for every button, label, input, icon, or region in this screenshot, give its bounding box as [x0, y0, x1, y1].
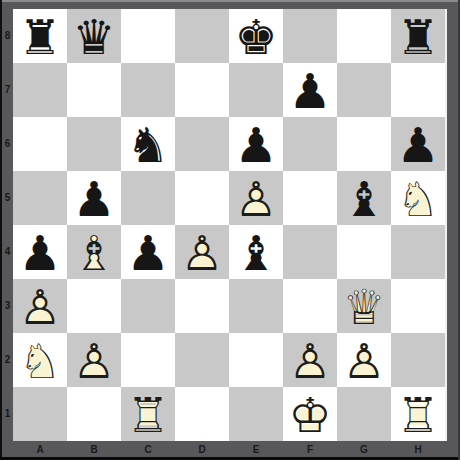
piece-black-knight-c6[interactable]: ♞	[121, 117, 175, 171]
piece-white-pawn-a3[interactable]: ♟♙	[13, 279, 67, 333]
square-g8[interactable]	[337, 9, 391, 63]
piece-white-king-f1[interactable]: ♚♔	[283, 387, 337, 441]
square-a3[interactable]: ♟♙	[13, 279, 67, 333]
square-e7[interactable]	[229, 63, 283, 117]
square-d2[interactable]	[175, 333, 229, 387]
square-a5[interactable]	[13, 171, 67, 225]
square-g2[interactable]: ♟♙	[337, 333, 391, 387]
white-piece-outline: ♕	[337, 280, 391, 334]
square-g6[interactable]	[337, 117, 391, 171]
piece-black-pawn-f7[interactable]: ♟	[283, 63, 337, 117]
board-right-highlight	[445, 9, 447, 441]
square-a7[interactable]	[13, 63, 67, 117]
piece-white-knight-a2[interactable]: ♞♘	[13, 333, 67, 387]
square-f8[interactable]	[283, 9, 337, 63]
square-g7[interactable]	[337, 63, 391, 117]
square-g3[interactable]: ♛♕	[337, 279, 391, 333]
rank-label-6: 6	[2, 117, 13, 171]
square-d5[interactable]	[175, 171, 229, 225]
square-c2[interactable]	[121, 333, 175, 387]
square-a1[interactable]	[13, 387, 67, 441]
square-f4[interactable]	[283, 225, 337, 279]
square-d4[interactable]: ♟♙	[175, 225, 229, 279]
piece-white-pawn-f2[interactable]: ♟♙	[283, 333, 337, 387]
square-e2[interactable]	[229, 333, 283, 387]
square-d8[interactable]	[175, 9, 229, 63]
square-c5[interactable]	[121, 171, 175, 225]
file-label-h: H	[391, 441, 445, 458]
file-label-g: G	[337, 441, 391, 458]
square-h1[interactable]: ♜♖	[391, 387, 445, 441]
piece-black-pawn-h6[interactable]: ♟	[391, 117, 445, 171]
square-h7[interactable]	[391, 63, 445, 117]
board: ♜♛♚♜♟♞♟♟♟♟♙♝♞♘♟♝♗♟♟♙♝♟♙♛♕♞♘♟♙♟♙♟♙♜♖♚♔♜♖	[13, 9, 445, 441]
black-piece-fill: ♟	[13, 226, 67, 280]
white-piece-outline: ♖	[391, 388, 445, 442]
file-label-c: C	[121, 441, 175, 458]
rank-label-4: 4	[2, 225, 13, 279]
square-h6[interactable]: ♟	[391, 117, 445, 171]
piece-black-pawn-c4[interactable]: ♟	[121, 225, 175, 279]
file-label-d: D	[175, 441, 229, 458]
square-f2[interactable]: ♟♙	[283, 333, 337, 387]
square-a2[interactable]: ♞♘	[13, 333, 67, 387]
black-piece-fill: ♟	[283, 64, 337, 118]
square-e4[interactable]: ♝	[229, 225, 283, 279]
square-h2[interactable]	[391, 333, 445, 387]
file-label-f: F	[283, 441, 337, 458]
black-piece-fill: ♟	[121, 226, 175, 280]
square-c7[interactable]	[121, 63, 175, 117]
black-piece-fill: ♟	[391, 118, 445, 172]
file-label-b: B	[67, 441, 121, 458]
square-d3[interactable]	[175, 279, 229, 333]
square-d7[interactable]	[175, 63, 229, 117]
file-label-a: A	[13, 441, 67, 458]
square-b3[interactable]	[67, 279, 121, 333]
rank-label-5: 5	[2, 171, 13, 225]
square-b5[interactable]: ♟	[67, 171, 121, 225]
square-g5[interactable]: ♝	[337, 171, 391, 225]
piece-black-rook-h8[interactable]: ♜	[391, 9, 445, 63]
white-piece-outline: ♖	[121, 388, 175, 442]
black-piece-fill: ♜	[13, 10, 67, 64]
rank-label-2: 2	[2, 333, 13, 387]
black-piece-fill: ♚	[229, 10, 283, 64]
black-piece-fill: ♟	[67, 172, 121, 226]
piece-black-rook-a8[interactable]: ♜	[13, 9, 67, 63]
piece-black-pawn-a4[interactable]: ♟	[13, 225, 67, 279]
square-c1[interactable]: ♜♖	[121, 387, 175, 441]
rank-label-7: 7	[2, 63, 13, 117]
frame-edge-top	[0, 0, 460, 2]
black-piece-fill: ♝	[229, 226, 283, 280]
square-c3[interactable]	[121, 279, 175, 333]
square-c8[interactable]	[121, 9, 175, 63]
square-e8[interactable]: ♚	[229, 9, 283, 63]
square-a6[interactable]	[13, 117, 67, 171]
piece-white-queen-g3[interactable]: ♛♕	[337, 279, 391, 333]
white-piece-outline: ♘	[13, 334, 67, 388]
rank-label-1: 1	[2, 387, 13, 441]
square-b2[interactable]: ♟♙	[67, 333, 121, 387]
piece-black-pawn-b5[interactable]: ♟	[67, 171, 121, 225]
square-d1[interactable]	[175, 387, 229, 441]
square-c6[interactable]: ♞	[121, 117, 175, 171]
square-b6[interactable]	[67, 117, 121, 171]
white-piece-outline: ♙	[229, 172, 283, 226]
black-piece-fill: ♜	[391, 10, 445, 64]
file-label-e: E	[229, 441, 283, 458]
square-b4[interactable]: ♝♗	[67, 225, 121, 279]
black-piece-fill: ♟	[229, 118, 283, 172]
white-piece-outline: ♘	[391, 172, 445, 226]
piece-white-rook-c1[interactable]: ♜♖	[121, 387, 175, 441]
rank-label-3: 3	[2, 279, 13, 333]
square-d6[interactable]	[175, 117, 229, 171]
black-piece-fill: ♛	[67, 10, 121, 64]
piece-black-king-e8[interactable]: ♚	[229, 9, 283, 63]
white-piece-outline: ♙	[337, 334, 391, 388]
square-a4[interactable]: ♟	[13, 225, 67, 279]
piece-black-queen-b8[interactable]: ♛	[67, 9, 121, 63]
piece-white-knight-h5[interactable]: ♞♘	[391, 171, 445, 225]
piece-white-pawn-e5[interactable]: ♟♙	[229, 171, 283, 225]
square-e5[interactable]: ♟♙	[229, 171, 283, 225]
square-g1[interactable]	[337, 387, 391, 441]
white-piece-outline: ♙	[67, 334, 121, 388]
chess-board-frame: ♜♛♚♜♟♞♟♟♟♟♙♝♞♘♟♝♗♟♟♙♝♟♙♛♕♞♘♟♙♟♙♟♙♜♖♚♔♜♖ …	[0, 0, 460, 460]
square-b1[interactable]	[67, 387, 121, 441]
square-h4[interactable]	[391, 225, 445, 279]
square-f1[interactable]: ♚♔	[283, 387, 337, 441]
piece-black-pawn-e6[interactable]: ♟	[229, 117, 283, 171]
piece-white-pawn-g2[interactable]: ♟♙	[337, 333, 391, 387]
square-f7[interactable]: ♟	[283, 63, 337, 117]
white-piece-outline: ♙	[175, 226, 229, 280]
piece-white-bishop-b4[interactable]: ♝♗	[67, 225, 121, 279]
frame-edge-left	[0, 0, 2, 460]
square-h5[interactable]: ♞♘	[391, 171, 445, 225]
square-f5[interactable]	[283, 171, 337, 225]
black-piece-fill: ♞	[121, 118, 175, 172]
piece-white-pawn-b2[interactable]: ♟♙	[67, 333, 121, 387]
square-f3[interactable]	[283, 279, 337, 333]
square-e6[interactable]: ♟	[229, 117, 283, 171]
piece-black-bishop-e4[interactable]: ♝	[229, 225, 283, 279]
square-f6[interactable]	[283, 117, 337, 171]
square-b7[interactable]	[67, 63, 121, 117]
piece-white-rook-h1[interactable]: ♜♖	[391, 387, 445, 441]
piece-black-bishop-g5[interactable]: ♝	[337, 171, 391, 225]
white-piece-outline: ♗	[67, 226, 121, 280]
square-e3[interactable]	[229, 279, 283, 333]
square-h8[interactable]: ♜	[391, 9, 445, 63]
square-b8[interactable]: ♛	[67, 9, 121, 63]
square-e1[interactable]	[229, 387, 283, 441]
square-c4[interactable]: ♟	[121, 225, 175, 279]
square-h3[interactable]	[391, 279, 445, 333]
square-g4[interactable]	[337, 225, 391, 279]
piece-white-pawn-d4[interactable]: ♟♙	[175, 225, 229, 279]
square-a8[interactable]: ♜	[13, 9, 67, 63]
white-piece-outline: ♔	[283, 388, 337, 442]
black-piece-fill: ♝	[337, 172, 391, 226]
rank-label-8: 8	[2, 9, 13, 63]
white-piece-outline: ♙	[13, 280, 67, 334]
white-piece-outline: ♙	[283, 334, 337, 388]
